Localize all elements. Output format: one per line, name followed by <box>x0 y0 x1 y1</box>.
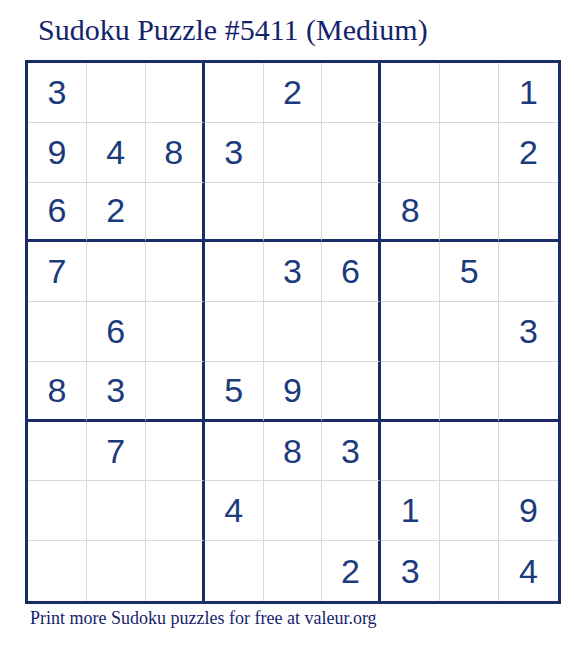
cell-given-r6c4: 5 <box>205 362 264 422</box>
cell-given-r2c4: 3 <box>205 123 264 183</box>
cell-given-r3c2: 2 <box>87 183 146 243</box>
cell-empty-r7c9[interactable] <box>499 422 558 482</box>
cell-empty-r3c3[interactable] <box>146 183 205 243</box>
cell-empty-r4c4[interactable] <box>205 242 264 302</box>
cell-empty-r4c7[interactable] <box>381 242 440 302</box>
cell-given-r9c7: 3 <box>381 541 440 601</box>
cell-empty-r9c2[interactable] <box>87 541 146 601</box>
cell-given-r9c9: 4 <box>499 541 558 601</box>
cell-empty-r7c7[interactable] <box>381 422 440 482</box>
cell-empty-r4c2[interactable] <box>87 242 146 302</box>
cell-empty-r5c1[interactable] <box>28 302 87 362</box>
cell-given-r6c1: 8 <box>28 362 87 422</box>
cell-empty-r8c5[interactable] <box>264 481 323 541</box>
cell-empty-r7c4[interactable] <box>205 422 264 482</box>
cell-empty-r3c9[interactable] <box>499 183 558 243</box>
cell-given-r6c5: 9 <box>264 362 323 422</box>
cell-empty-r4c3[interactable] <box>146 242 205 302</box>
cell-empty-r6c9[interactable] <box>499 362 558 422</box>
cell-empty-r6c7[interactable] <box>381 362 440 422</box>
page-title: Sudoku Puzzle #5411 (Medium) <box>38 13 428 47</box>
cell-empty-r9c4[interactable] <box>205 541 264 601</box>
cell-empty-r6c8[interactable] <box>440 362 499 422</box>
cell-empty-r7c8[interactable] <box>440 422 499 482</box>
cell-given-r2c1: 9 <box>28 123 87 183</box>
cell-empty-r9c1[interactable] <box>28 541 87 601</box>
cell-empty-r1c7[interactable] <box>381 63 440 123</box>
cell-given-r4c5: 3 <box>264 242 323 302</box>
cell-empty-r3c5[interactable] <box>264 183 323 243</box>
cell-given-r2c9: 2 <box>499 123 558 183</box>
cell-empty-r1c2[interactable] <box>87 63 146 123</box>
cell-empty-r5c7[interactable] <box>381 302 440 362</box>
cell-empty-r1c4[interactable] <box>205 63 264 123</box>
cell-given-r3c7: 8 <box>381 183 440 243</box>
cell-empty-r8c6[interactable] <box>322 481 381 541</box>
cell-empty-r7c1[interactable] <box>28 422 87 482</box>
cell-empty-r8c8[interactable] <box>440 481 499 541</box>
cell-empty-r1c3[interactable] <box>146 63 205 123</box>
cell-given-r1c9: 1 <box>499 63 558 123</box>
cell-given-r5c9: 3 <box>499 302 558 362</box>
cell-given-r4c1: 7 <box>28 242 87 302</box>
cell-given-r1c5: 2 <box>264 63 323 123</box>
cell-given-r8c9: 9 <box>499 481 558 541</box>
cell-given-r9c6: 2 <box>322 541 381 601</box>
cell-empty-r5c5[interactable] <box>264 302 323 362</box>
cell-given-r1c1: 3 <box>28 63 87 123</box>
cell-empty-r3c8[interactable] <box>440 183 499 243</box>
cell-given-r7c6: 3 <box>322 422 381 482</box>
sudoku-page: Sudoku Puzzle #5411 (Medium) 32194832628… <box>0 0 574 651</box>
cell-given-r3c1: 6 <box>28 183 87 243</box>
cell-given-r5c2: 6 <box>87 302 146 362</box>
cell-empty-r7c3[interactable] <box>146 422 205 482</box>
cell-empty-r6c6[interactable] <box>322 362 381 422</box>
cell-empty-r6c3[interactable] <box>146 362 205 422</box>
cell-empty-r1c8[interactable] <box>440 63 499 123</box>
cell-empty-r5c8[interactable] <box>440 302 499 362</box>
cell-given-r7c5: 8 <box>264 422 323 482</box>
cell-given-r2c3: 8 <box>146 123 205 183</box>
cell-empty-r2c8[interactable] <box>440 123 499 183</box>
footer-text: Print more Sudoku puzzles for free at va… <box>30 608 377 629</box>
cell-empty-r9c5[interactable] <box>264 541 323 601</box>
sudoku-board: 321948326287365638359783419234 <box>25 60 561 604</box>
cell-empty-r9c8[interactable] <box>440 541 499 601</box>
cell-given-r2c2: 4 <box>87 123 146 183</box>
cell-given-r8c4: 4 <box>205 481 264 541</box>
cell-empty-r1c6[interactable] <box>322 63 381 123</box>
cell-empty-r3c4[interactable] <box>205 183 264 243</box>
cell-empty-r2c7[interactable] <box>381 123 440 183</box>
cell-given-r7c2: 7 <box>87 422 146 482</box>
cell-empty-r2c6[interactable] <box>322 123 381 183</box>
cell-empty-r5c6[interactable] <box>322 302 381 362</box>
cell-empty-r3c6[interactable] <box>322 183 381 243</box>
cell-given-r4c8: 5 <box>440 242 499 302</box>
cell-given-r4c6: 6 <box>322 242 381 302</box>
cell-empty-r9c3[interactable] <box>146 541 205 601</box>
cell-empty-r5c4[interactable] <box>205 302 264 362</box>
cell-given-r6c2: 3 <box>87 362 146 422</box>
cell-empty-r2c5[interactable] <box>264 123 323 183</box>
cell-empty-r8c1[interactable] <box>28 481 87 541</box>
cell-empty-r4c9[interactable] <box>499 242 558 302</box>
cell-given-r8c7: 1 <box>381 481 440 541</box>
cell-empty-r8c2[interactable] <box>87 481 146 541</box>
cell-empty-r8c3[interactable] <box>146 481 205 541</box>
cell-empty-r5c3[interactable] <box>146 302 205 362</box>
